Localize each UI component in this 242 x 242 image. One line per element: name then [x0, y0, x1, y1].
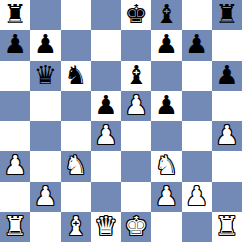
square-e5[interactable]: ♟: [121, 91, 151, 121]
square-c6[interactable]: ♞: [61, 61, 91, 91]
white-knight[interactable]: ♞: [64, 152, 87, 178]
square-h3[interactable]: [212, 151, 242, 181]
square-c1[interactable]: ♝: [61, 212, 91, 242]
square-b2[interactable]: ♟: [30, 182, 60, 212]
black-pawn[interactable]: ♟: [3, 31, 26, 57]
square-g7[interactable]: ♟: [182, 30, 212, 60]
square-a8[interactable]: ♜: [0, 0, 30, 30]
black-queen[interactable]: ♛: [34, 62, 57, 88]
black-pawn[interactable]: ♟: [155, 31, 178, 57]
white-queen[interactable]: ♛: [94, 213, 117, 239]
square-h5[interactable]: [212, 91, 242, 121]
square-h6[interactable]: ♟: [212, 61, 242, 91]
black-king[interactable]: ♚: [124, 1, 147, 27]
square-b7[interactable]: ♟: [30, 30, 60, 60]
square-a5[interactable]: [0, 91, 30, 121]
square-e6[interactable]: ♝: [121, 61, 151, 91]
square-b4[interactable]: [30, 121, 60, 151]
white-knight[interactable]: ♞: [155, 152, 178, 178]
black-rook[interactable]: ♜: [215, 1, 238, 27]
white-rook[interactable]: ♜: [3, 213, 26, 239]
square-g1[interactable]: [182, 212, 212, 242]
square-e4[interactable]: [121, 121, 151, 151]
square-d4[interactable]: ♟: [91, 121, 121, 151]
square-d2[interactable]: [91, 182, 121, 212]
black-knight[interactable]: ♞: [64, 62, 87, 88]
white-pawn[interactable]: ♟: [3, 152, 26, 178]
square-b8[interactable]: [30, 0, 60, 30]
square-a7[interactable]: ♟: [0, 30, 30, 60]
square-f8[interactable]: ♝: [151, 0, 181, 30]
square-g8[interactable]: [182, 0, 212, 30]
square-f2[interactable]: ♟: [151, 182, 181, 212]
white-pawn[interactable]: ♟: [155, 183, 178, 209]
square-c7[interactable]: [61, 30, 91, 60]
square-d3[interactable]: [91, 151, 121, 181]
square-a6[interactable]: [0, 61, 30, 91]
square-a4[interactable]: [0, 121, 30, 151]
white-king[interactable]: ♚: [124, 213, 147, 239]
white-pawn[interactable]: ♟: [215, 122, 238, 148]
square-c5[interactable]: [61, 91, 91, 121]
square-f6[interactable]: [151, 61, 181, 91]
chess-board: ♜♚♝♜♟♟♟♟♛♞♝♟♟♟♟♟♟♟♞♞♟♟♟♜♝♛♚♜: [0, 0, 242, 242]
square-d8[interactable]: [91, 0, 121, 30]
square-e3[interactable]: [121, 151, 151, 181]
square-c4[interactable]: [61, 121, 91, 151]
square-b6[interactable]: ♛: [30, 61, 60, 91]
square-e8[interactable]: ♚: [121, 0, 151, 30]
square-h7[interactable]: [212, 30, 242, 60]
square-c8[interactable]: [61, 0, 91, 30]
square-e1[interactable]: ♚: [121, 212, 151, 242]
square-d6[interactable]: [91, 61, 121, 91]
square-a3[interactable]: ♟: [0, 151, 30, 181]
square-h8[interactable]: ♜: [212, 0, 242, 30]
black-bishop[interactable]: ♝: [155, 1, 178, 27]
white-pawn[interactable]: ♟: [124, 92, 147, 118]
white-pawn[interactable]: ♟: [34, 183, 57, 209]
square-a2[interactable]: [0, 182, 30, 212]
square-b1[interactable]: [30, 212, 60, 242]
square-d1[interactable]: ♛: [91, 212, 121, 242]
white-pawn[interactable]: ♟: [185, 183, 208, 209]
square-g3[interactable]: [182, 151, 212, 181]
black-bishop[interactable]: ♝: [124, 62, 147, 88]
square-g6[interactable]: [182, 61, 212, 91]
square-f5[interactable]: ♟: [151, 91, 181, 121]
black-pawn[interactable]: ♟: [155, 92, 178, 118]
white-pawn[interactable]: ♟: [94, 122, 117, 148]
square-f1[interactable]: [151, 212, 181, 242]
square-h4[interactable]: ♟: [212, 121, 242, 151]
black-rook[interactable]: ♜: [3, 1, 26, 27]
square-e2[interactable]: [121, 182, 151, 212]
square-d5[interactable]: ♟: [91, 91, 121, 121]
square-d7[interactable]: [91, 30, 121, 60]
white-bishop[interactable]: ♝: [64, 213, 87, 239]
square-e7[interactable]: [121, 30, 151, 60]
square-g4[interactable]: [182, 121, 212, 151]
black-pawn[interactable]: ♟: [215, 62, 238, 88]
square-f7[interactable]: ♟: [151, 30, 181, 60]
black-pawn[interactable]: ♟: [185, 31, 208, 57]
white-rook[interactable]: ♜: [215, 213, 238, 239]
black-pawn[interactable]: ♟: [94, 92, 117, 118]
square-g2[interactable]: ♟: [182, 182, 212, 212]
square-h1[interactable]: ♜: [212, 212, 242, 242]
square-f4[interactable]: [151, 121, 181, 151]
square-a1[interactable]: ♜: [0, 212, 30, 242]
square-h2[interactable]: [212, 182, 242, 212]
square-b3[interactable]: [30, 151, 60, 181]
square-c2[interactable]: [61, 182, 91, 212]
black-pawn[interactable]: ♟: [34, 31, 57, 57]
square-c3[interactable]: ♞: [61, 151, 91, 181]
square-b5[interactable]: [30, 91, 60, 121]
square-g5[interactable]: [182, 91, 212, 121]
square-f3[interactable]: ♞: [151, 151, 181, 181]
